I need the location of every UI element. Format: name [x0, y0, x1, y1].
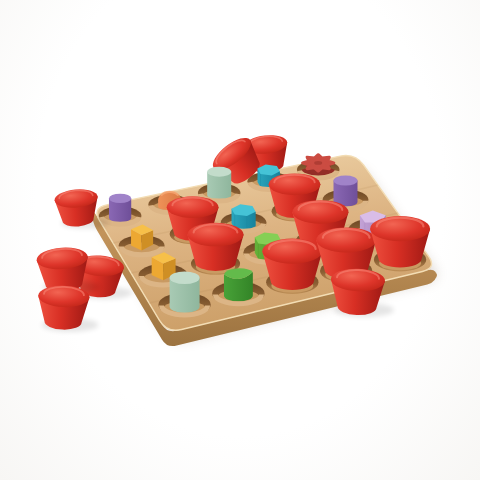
- piece-r3c2-red-cup[interactable]: [187, 223, 243, 271]
- piece-r1c3-mint-cylinder[interactable]: [207, 167, 231, 200]
- piece-r4c2-green-scoop-cylinder[interactable]: [224, 268, 253, 301]
- photo-canvas: [0, 0, 480, 480]
- piece-r4c5-red-cup[interactable]: [370, 216, 430, 267]
- piece-r1c1-purple-cylinder[interactable]: [109, 194, 131, 223]
- piece-r4c1-mint-cylinder[interactable]: [170, 271, 200, 312]
- piece-r2c5-purple-cylinder[interactable]: [334, 176, 358, 207]
- memory-game-scene: [0, 0, 480, 480]
- piece-r4c3-red-cup[interactable]: [262, 239, 322, 290]
